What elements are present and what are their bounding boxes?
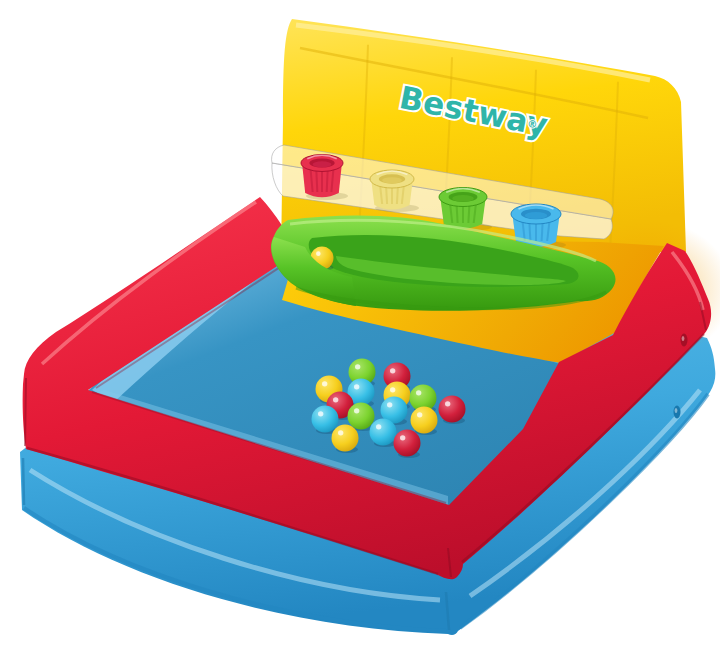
green-cup — [439, 188, 492, 232]
red-tube-valve — [681, 334, 688, 347]
ball-pit-illustration: Bestway ® — [0, 0, 720, 662]
blue-tube-valve — [674, 406, 681, 419]
product-photo: Bestway ® — [0, 0, 720, 662]
brand-registered-mark: ® — [526, 118, 538, 131]
